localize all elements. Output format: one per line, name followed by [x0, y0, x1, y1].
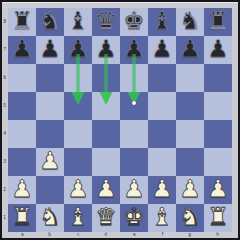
piece-black-knight[interactable]: ♞ — [36, 8, 64, 36]
piece-black-pawn[interactable]: ♟ — [64, 36, 92, 64]
square-c5[interactable] — [64, 92, 92, 120]
piece-black-pawn[interactable]: ♟ — [120, 36, 148, 64]
square-c1[interactable]: ♝ — [64, 204, 92, 232]
square-h3[interactable] — [204, 148, 232, 176]
square-f8[interactable]: ♝ — [148, 8, 176, 36]
piece-white-pawn[interactable]: ♟ — [176, 176, 204, 204]
square-a3[interactable] — [8, 148, 36, 176]
piece-white-bishop[interactable]: ♝ — [64, 204, 92, 232]
square-g7[interactable]: ♟ — [176, 36, 204, 64]
file-label-e: e — [120, 232, 148, 238]
piece-white-bishop[interactable]: ♝ — [148, 204, 176, 232]
piece-white-king[interactable]: ♚ — [120, 204, 148, 232]
piece-white-rook[interactable]: ♜ — [204, 204, 232, 232]
square-e2[interactable]: ♟ — [120, 176, 148, 204]
square-c6[interactable] — [64, 64, 92, 92]
square-f4[interactable] — [148, 120, 176, 148]
file-label-d: d — [92, 232, 120, 238]
square-e5[interactable] — [120, 92, 148, 120]
piece-black-pawn[interactable]: ♟ — [148, 36, 176, 64]
square-d4[interactable] — [92, 120, 120, 148]
chess-board-frame: 87654321 abcdefgh ♜♞♝♛♚♝♞♜♟♟♟♟♟♟♟♟♟♟♟♟♟♟… — [0, 0, 240, 240]
piece-white-pawn[interactable]: ♟ — [8, 176, 36, 204]
piece-black-knight[interactable]: ♞ — [176, 8, 204, 36]
square-a8[interactable]: ♜ — [8, 8, 36, 36]
square-h8[interactable]: ♜ — [204, 8, 232, 36]
square-f7[interactable]: ♟ — [148, 36, 176, 64]
square-d7[interactable]: ♟ — [92, 36, 120, 64]
square-e7[interactable]: ♟ — [120, 36, 148, 64]
square-b2[interactable] — [36, 176, 64, 204]
piece-black-pawn[interactable]: ♟ — [8, 36, 36, 64]
square-b8[interactable]: ♞ — [36, 8, 64, 36]
square-b5[interactable] — [36, 92, 64, 120]
piece-black-queen[interactable]: ♛ — [92, 8, 120, 36]
chess-board[interactable]: ♜♞♝♛♚♝♞♜♟♟♟♟♟♟♟♟♟♟♟♟♟♟♟♟♜♞♝♛♚♝♞♜ — [8, 8, 232, 232]
square-b1[interactable]: ♞ — [36, 204, 64, 232]
piece-white-knight[interactable]: ♞ — [36, 204, 64, 232]
square-h5[interactable] — [204, 92, 232, 120]
square-b7[interactable]: ♟ — [36, 36, 64, 64]
piece-white-pawn[interactable]: ♟ — [120, 176, 148, 204]
piece-white-pawn[interactable]: ♟ — [92, 176, 120, 204]
square-h1[interactable]: ♜ — [204, 204, 232, 232]
square-e1[interactable]: ♚ — [120, 204, 148, 232]
cursor-dot — [132, 101, 136, 105]
square-g4[interactable] — [176, 120, 204, 148]
square-b4[interactable] — [36, 120, 64, 148]
square-e3[interactable] — [120, 148, 148, 176]
piece-white-pawn[interactable]: ♟ — [36, 148, 64, 176]
file-label-b: b — [36, 232, 64, 238]
piece-white-pawn[interactable]: ♟ — [148, 176, 176, 204]
square-c7[interactable]: ♟ — [64, 36, 92, 64]
square-g8[interactable]: ♞ — [176, 8, 204, 36]
square-g2[interactable]: ♟ — [176, 176, 204, 204]
piece-black-bishop[interactable]: ♝ — [64, 8, 92, 36]
square-d6[interactable] — [92, 64, 120, 92]
square-c4[interactable] — [64, 120, 92, 148]
piece-white-pawn[interactable]: ♟ — [204, 176, 232, 204]
file-label-a: a — [8, 232, 36, 238]
square-g3[interactable] — [176, 148, 204, 176]
square-d2[interactable]: ♟ — [92, 176, 120, 204]
file-label-c: c — [64, 232, 92, 238]
file-label-f: f — [148, 232, 176, 238]
square-a5[interactable] — [8, 92, 36, 120]
square-h7[interactable]: ♟ — [204, 36, 232, 64]
piece-black-pawn[interactable]: ♟ — [176, 36, 204, 64]
file-label-h: h — [204, 232, 232, 238]
file-label-g: g — [176, 232, 204, 238]
square-f6[interactable] — [148, 64, 176, 92]
piece-white-queen[interactable]: ♛ — [92, 204, 120, 232]
square-f1[interactable]: ♝ — [148, 204, 176, 232]
square-f5[interactable] — [148, 92, 176, 120]
square-g1[interactable]: ♞ — [176, 204, 204, 232]
piece-black-rook[interactable]: ♜ — [8, 8, 36, 36]
piece-black-pawn[interactable]: ♟ — [204, 36, 232, 64]
square-e4[interactable] — [120, 120, 148, 148]
piece-black-pawn[interactable]: ♟ — [92, 36, 120, 64]
square-e8[interactable]: ♚ — [120, 8, 148, 36]
file-labels: abcdefgh — [8, 232, 232, 238]
square-h4[interactable] — [204, 120, 232, 148]
square-a6[interactable] — [8, 64, 36, 92]
square-h2[interactable]: ♟ — [204, 176, 232, 204]
square-a2[interactable]: ♟ — [8, 176, 36, 204]
square-f2[interactable]: ♟ — [148, 176, 176, 204]
piece-black-king[interactable]: ♚ — [120, 8, 148, 36]
square-g6[interactable] — [176, 64, 204, 92]
piece-black-pawn[interactable]: ♟ — [36, 36, 64, 64]
square-c3[interactable] — [64, 148, 92, 176]
square-c8[interactable]: ♝ — [64, 8, 92, 36]
square-a4[interactable] — [8, 120, 36, 148]
square-e6[interactable] — [120, 64, 148, 92]
square-g5[interactable] — [176, 92, 204, 120]
square-d3[interactable] — [92, 148, 120, 176]
square-d5[interactable] — [92, 92, 120, 120]
square-d1[interactable]: ♛ — [92, 204, 120, 232]
square-a7[interactable]: ♟ — [8, 36, 36, 64]
piece-white-pawn[interactable]: ♟ — [64, 176, 92, 204]
piece-black-rook[interactable]: ♜ — [204, 8, 232, 36]
piece-white-rook[interactable]: ♜ — [8, 204, 36, 232]
square-a1[interactable]: ♜ — [8, 204, 36, 232]
square-c2[interactable]: ♟ — [64, 176, 92, 204]
square-d8[interactable]: ♛ — [92, 8, 120, 36]
square-b6[interactable] — [36, 64, 64, 92]
piece-white-knight[interactable]: ♞ — [176, 204, 204, 232]
square-h6[interactable] — [204, 64, 232, 92]
piece-black-bishop[interactable]: ♝ — [148, 8, 176, 36]
square-b3[interactable]: ♟ — [36, 148, 64, 176]
square-f3[interactable] — [148, 148, 176, 176]
